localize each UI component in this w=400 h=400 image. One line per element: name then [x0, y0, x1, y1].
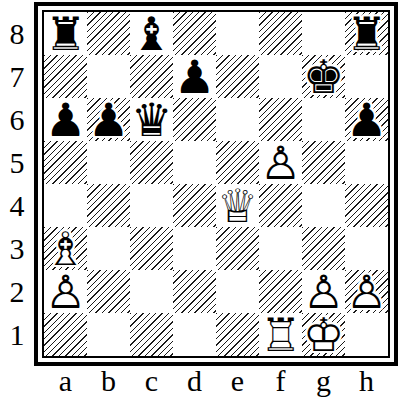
square-e1[interactable] [216, 313, 259, 356]
chess-diagram: 87654321 ♜♝♜♟♚♟♟♛♟♟♙♛♕♝♗♟♙♟♙♟♙♜♖♚♔ abcde… [0, 0, 400, 400]
black-queen: ♛ [130, 98, 173, 141]
black-pawn-glyph: ♟ [345, 98, 388, 141]
black-rook-glyph: ♜ [345, 12, 388, 55]
white-pawn-fill: ♟ [259, 141, 302, 184]
square-f6[interactable] [259, 98, 302, 141]
black-pawn: ♟ [44, 98, 87, 141]
square-h2[interactable]: ♟♙ [345, 270, 388, 313]
rank-label-3: 3 [0, 227, 34, 270]
square-g5[interactable] [302, 141, 345, 184]
black-pawn-glyph: ♟ [87, 98, 130, 141]
white-rook: ♜♖ [259, 313, 302, 356]
square-a6[interactable]: ♟ [44, 98, 87, 141]
square-h7[interactable] [345, 55, 388, 98]
square-b6[interactable]: ♟ [87, 98, 130, 141]
square-h5[interactable] [345, 141, 388, 184]
black-rook: ♜ [44, 12, 87, 55]
square-b2[interactable] [87, 270, 130, 313]
white-rook-fill: ♜ [259, 313, 302, 356]
file-label-c: c [130, 364, 173, 400]
black-king: ♚ [302, 55, 345, 98]
square-a7[interactable] [44, 55, 87, 98]
white-bishop: ♝♗ [44, 227, 87, 270]
square-c4[interactable] [130, 184, 173, 227]
white-pawn-fill: ♟ [44, 270, 87, 313]
black-queen-glyph: ♛ [130, 98, 173, 141]
square-f3[interactable] [259, 227, 302, 270]
square-g3[interactable] [302, 227, 345, 270]
square-h3[interactable] [345, 227, 388, 270]
square-d2[interactable] [173, 270, 216, 313]
square-g8[interactable] [302, 12, 345, 55]
black-pawn-glyph: ♟ [173, 55, 216, 98]
white-pawn-outline: ♙ [259, 141, 302, 184]
black-pawn: ♟ [345, 98, 388, 141]
file-label-f: f [259, 364, 302, 400]
square-a3[interactable]: ♝♗ [44, 227, 87, 270]
square-f8[interactable] [259, 12, 302, 55]
rank-label-2: 2 [0, 270, 34, 313]
white-pawn-outline: ♙ [44, 270, 87, 313]
square-g2[interactable]: ♟♙ [302, 270, 345, 313]
rank-labels: 87654321 [0, 12, 34, 356]
square-a4[interactable] [44, 184, 87, 227]
white-bishop-fill: ♝ [44, 227, 87, 270]
square-b3[interactable] [87, 227, 130, 270]
square-f1[interactable]: ♜♖ [259, 313, 302, 356]
square-c5[interactable] [130, 141, 173, 184]
file-label-e: e [216, 364, 259, 400]
square-f2[interactable] [259, 270, 302, 313]
square-g7[interactable]: ♚ [302, 55, 345, 98]
file-label-a: a [44, 364, 87, 400]
square-f5[interactable]: ♟♙ [259, 141, 302, 184]
white-pawn-outline: ♙ [302, 270, 345, 313]
square-d4[interactable] [173, 184, 216, 227]
square-c2[interactable] [130, 270, 173, 313]
square-d5[interactable] [173, 141, 216, 184]
square-b5[interactable] [87, 141, 130, 184]
white-king-fill: ♚ [302, 313, 345, 356]
black-king-glyph: ♚ [302, 55, 345, 98]
file-label-g: g [302, 364, 345, 400]
square-h4[interactable] [345, 184, 388, 227]
square-b7[interactable] [87, 55, 130, 98]
black-bishop-glyph: ♝ [130, 12, 173, 55]
square-d6[interactable] [173, 98, 216, 141]
white-pawn-fill: ♟ [302, 270, 345, 313]
square-a2[interactable]: ♟♙ [44, 270, 87, 313]
square-d8[interactable] [173, 12, 216, 55]
file-label-d: d [173, 364, 216, 400]
square-c7[interactable] [130, 55, 173, 98]
square-g1[interactable]: ♚♔ [302, 313, 345, 356]
black-pawn: ♟ [173, 55, 216, 98]
white-pawn: ♟♙ [302, 270, 345, 313]
square-b4[interactable] [87, 184, 130, 227]
square-h1[interactable] [345, 313, 388, 356]
black-bishop: ♝ [130, 12, 173, 55]
white-king: ♚♔ [302, 313, 345, 356]
square-a1[interactable] [44, 313, 87, 356]
rank-label-1: 1 [0, 313, 34, 356]
white-pawn: ♟♙ [259, 141, 302, 184]
white-queen: ♛♕ [216, 184, 259, 227]
rank-label-4: 4 [0, 184, 34, 227]
square-h8[interactable]: ♜ [345, 12, 388, 55]
file-label-h: h [345, 364, 388, 400]
white-king-outline: ♔ [302, 313, 345, 356]
white-pawn-fill: ♟ [345, 270, 388, 313]
square-d3[interactable] [173, 227, 216, 270]
square-d1[interactable] [173, 313, 216, 356]
square-a5[interactable] [44, 141, 87, 184]
board-frame: ♜♝♜♟♚♟♟♛♟♟♙♛♕♝♗♟♙♟♙♟♙♜♖♚♔ [34, 2, 398, 366]
square-e7[interactable] [216, 55, 259, 98]
square-f4[interactable] [259, 184, 302, 227]
rank-label-7: 7 [0, 55, 34, 98]
white-pawn-outline: ♙ [345, 270, 388, 313]
square-b1[interactable] [87, 313, 130, 356]
black-rook-glyph: ♜ [44, 12, 87, 55]
file-label-b: b [87, 364, 130, 400]
square-c3[interactable] [130, 227, 173, 270]
square-g4[interactable] [302, 184, 345, 227]
square-d7[interactable]: ♟ [173, 55, 216, 98]
square-f7[interactable] [259, 55, 302, 98]
square-e3[interactable] [216, 227, 259, 270]
rank-label-8: 8 [0, 12, 34, 55]
white-bishop-outline: ♗ [44, 227, 87, 270]
square-a8[interactable]: ♜ [44, 12, 87, 55]
square-c1[interactable] [130, 313, 173, 356]
white-pawn: ♟♙ [345, 270, 388, 313]
black-rook: ♜ [345, 12, 388, 55]
square-e2[interactable] [216, 270, 259, 313]
square-c8[interactable]: ♝ [130, 12, 173, 55]
square-e5[interactable] [216, 141, 259, 184]
black-pawn: ♟ [87, 98, 130, 141]
square-e8[interactable] [216, 12, 259, 55]
rank-label-6: 6 [0, 98, 34, 141]
white-queen-outline: ♕ [216, 184, 259, 227]
square-g6[interactable] [302, 98, 345, 141]
file-labels: abcdefgh [44, 364, 388, 400]
rank-label-5: 5 [0, 141, 34, 184]
white-rook-outline: ♖ [259, 313, 302, 356]
white-queen-fill: ♛ [216, 184, 259, 227]
square-e6[interactable] [216, 98, 259, 141]
board: ♜♝♜♟♚♟♟♛♟♟♙♛♕♝♗♟♙♟♙♟♙♜♖♚♔ [42, 10, 390, 358]
white-pawn: ♟♙ [44, 270, 87, 313]
square-h6[interactable]: ♟ [345, 98, 388, 141]
square-c6[interactable]: ♛ [130, 98, 173, 141]
square-b8[interactable] [87, 12, 130, 55]
black-pawn-glyph: ♟ [44, 98, 87, 141]
square-e4[interactable]: ♛♕ [216, 184, 259, 227]
